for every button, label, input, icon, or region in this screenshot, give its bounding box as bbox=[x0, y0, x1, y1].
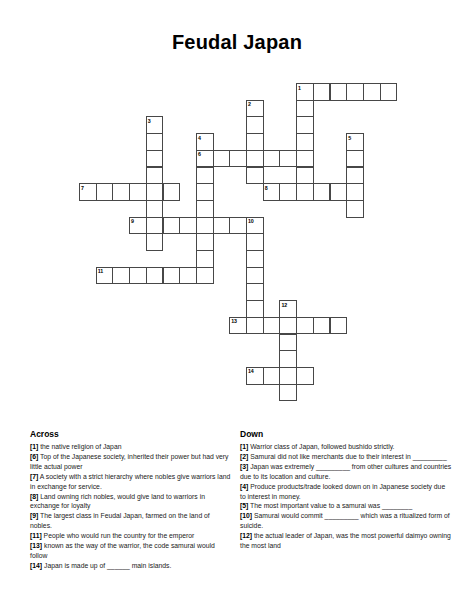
grid-cell-r14c13[interactable] bbox=[296, 317, 314, 335]
grid-cell-r7c7[interactable] bbox=[196, 200, 214, 218]
grid-cell-r18c12[interactable] bbox=[279, 384, 297, 402]
across-clue-list: [1] the native religion of Japan[6] Top … bbox=[30, 442, 233, 571]
cell-number-2: 2 bbox=[248, 101, 251, 107]
cell-number-9: 9 bbox=[131, 218, 134, 224]
clue-down-5: [5] The most important value to a samura… bbox=[240, 501, 452, 511]
grid-cell-r16c12[interactable] bbox=[279, 350, 297, 368]
grid-cell-r6c11[interactable]: 8 bbox=[263, 183, 281, 201]
grid-cell-r17c10[interactable]: 14 bbox=[246, 367, 264, 385]
down-clue-list: [1] Warrior class of Japan, followed bus… bbox=[240, 442, 452, 551]
puzzle-title: Feudal Japan bbox=[0, 31, 474, 54]
cell-number-7: 7 bbox=[81, 185, 84, 191]
clue-number: [1] bbox=[240, 443, 248, 450]
grid-cell-r0c16[interactable] bbox=[346, 83, 364, 101]
grid-cell-r14c11[interactable] bbox=[263, 317, 281, 335]
clue-across-14: [14] Japan is made up of ______ main isl… bbox=[30, 561, 233, 571]
grid-cell-r11c6[interactable] bbox=[179, 267, 197, 285]
clue-number: [13] bbox=[30, 542, 42, 549]
grid-cell-r9c10[interactable] bbox=[246, 233, 264, 251]
cell-number-5: 5 bbox=[348, 135, 351, 141]
grid-cell-r1c10[interactable]: 2 bbox=[246, 100, 264, 118]
grid-cell-r4c4[interactable] bbox=[146, 150, 164, 168]
grid-cell-r8c6[interactable] bbox=[179, 217, 197, 235]
grid-cell-r6c1[interactable] bbox=[96, 183, 114, 201]
grid-cell-r5c7[interactable] bbox=[196, 167, 214, 185]
grid-cell-r11c4[interactable] bbox=[146, 267, 164, 285]
grid-cell-r8c9[interactable] bbox=[229, 217, 247, 235]
grid-cell-r3c10[interactable] bbox=[246, 133, 264, 151]
grid-cell-r9c4[interactable] bbox=[146, 233, 164, 251]
clue-number: [8] bbox=[30, 493, 38, 500]
grid-cell-r7c4[interactable] bbox=[146, 200, 164, 218]
grid-cell-r4c8[interactable] bbox=[213, 150, 231, 168]
grid-cell-r4c10[interactable] bbox=[246, 150, 264, 168]
grid-cell-r0c14[interactable] bbox=[313, 83, 331, 101]
grid-cell-r5c16[interactable] bbox=[346, 167, 364, 185]
clue-down-4: [4] Produce products/trade looked down o… bbox=[240, 482, 452, 502]
grid-cell-r4c11[interactable] bbox=[263, 150, 281, 168]
grid-cell-r14c14[interactable] bbox=[313, 317, 331, 335]
grid-cell-r6c3[interactable] bbox=[129, 183, 147, 201]
grid-cell-r2c13[interactable] bbox=[296, 116, 314, 134]
grid-cell-r6c13[interactable] bbox=[296, 183, 314, 201]
clue-down-10: [10] Samurai would commit _________ whic… bbox=[240, 511, 452, 531]
grid-cell-r8c4[interactable] bbox=[146, 217, 164, 235]
grid-cell-r3c7[interactable]: 4 bbox=[196, 133, 214, 151]
clue-number: [14] bbox=[30, 562, 42, 569]
grid-cell-r4c13[interactable] bbox=[296, 150, 314, 168]
clue-number: [2] bbox=[240, 453, 248, 460]
grid-cell-r2c4[interactable]: 3 bbox=[146, 116, 164, 134]
grid-cell-r3c13[interactable] bbox=[296, 133, 314, 151]
grid-cell-r0c15[interactable] bbox=[330, 83, 348, 101]
clue-down-2: [2] Samurai did not like merchants due t… bbox=[240, 452, 452, 462]
grid-cell-r1c13[interactable] bbox=[296, 100, 314, 118]
grid-cell-r8c5[interactable] bbox=[163, 217, 181, 235]
grid-cell-r17c13[interactable] bbox=[296, 367, 314, 385]
cell-number-6: 6 bbox=[198, 151, 201, 157]
clue-down-3: [3] Japan was extremely _________ from o… bbox=[240, 462, 452, 482]
grid-cell-r11c1[interactable]: 11 bbox=[96, 267, 114, 285]
grid-cell-r4c12[interactable] bbox=[279, 150, 297, 168]
clue-across-1: [1] the native religion of Japan bbox=[30, 442, 233, 452]
grid-cell-r14c12[interactable] bbox=[279, 317, 297, 335]
grid-cell-r5c10[interactable] bbox=[246, 167, 264, 185]
grid-cell-r11c7[interactable] bbox=[196, 267, 214, 285]
grid-cell-r17c12[interactable] bbox=[279, 367, 297, 385]
grid-cell-r15c12[interactable] bbox=[279, 334, 297, 352]
clue-number: [10] bbox=[240, 512, 252, 519]
grid-cell-r5c13[interactable] bbox=[296, 167, 314, 185]
grid-cell-r13c12[interactable]: 12 bbox=[279, 300, 297, 318]
grid-cell-r7c16[interactable] bbox=[346, 200, 364, 218]
clue-across-6: [6] Top of the Japanese society, inherit… bbox=[30, 452, 233, 472]
clue-number: [9] bbox=[30, 512, 38, 519]
grid-cell-r3c4[interactable] bbox=[146, 133, 164, 151]
grid-cell-r6c12[interactable] bbox=[279, 183, 297, 201]
grid-cell-r8c10[interactable]: 10 bbox=[246, 217, 264, 235]
grid-cell-r8c7[interactable] bbox=[196, 217, 214, 235]
grid-cell-r10c10[interactable] bbox=[246, 250, 264, 268]
clue-number: [4] bbox=[240, 483, 248, 490]
crossword-page: Feudal Japan 1234567891011121314 Across … bbox=[0, 0, 474, 613]
grid-cell-r6c5[interactable] bbox=[163, 183, 181, 201]
cell-number-13: 13 bbox=[231, 318, 237, 324]
grid-cell-r2c10[interactable] bbox=[246, 116, 264, 134]
cell-number-14: 14 bbox=[248, 368, 254, 374]
grid-cell-r6c16[interactable] bbox=[346, 183, 364, 201]
grid-cell-r11c5[interactable] bbox=[163, 267, 181, 285]
cell-number-8: 8 bbox=[265, 185, 268, 191]
grid-cell-r10c7[interactable] bbox=[196, 250, 214, 268]
clue-across-9: [9] The largest class in Feudal Japan, f… bbox=[30, 511, 233, 531]
cell-number-4: 4 bbox=[198, 135, 201, 141]
grid-cell-r6c0[interactable]: 7 bbox=[79, 183, 97, 201]
clue-number: [3] bbox=[240, 463, 248, 470]
grid-cell-r8c3[interactable]: 9 bbox=[129, 217, 147, 235]
clue-across-8: [8] Land owning rich nobles, would give … bbox=[30, 492, 233, 512]
down-clues-section: Down [1] Warrior class of Japan, followe… bbox=[240, 429, 452, 551]
grid-cell-r11c3[interactable] bbox=[129, 267, 147, 285]
across-clues-section: Across [1] the native religion of Japan[… bbox=[30, 429, 233, 571]
down-header: Down bbox=[240, 429, 452, 439]
clue-number: [1] bbox=[30, 443, 38, 450]
grid-cell-r14c10[interactable] bbox=[246, 317, 264, 335]
grid-cell-r6c14[interactable] bbox=[313, 183, 331, 201]
cell-number-11: 11 bbox=[98, 268, 103, 274]
grid-cell-r9c7[interactable] bbox=[196, 233, 214, 251]
clue-number: [12] bbox=[240, 532, 252, 539]
grid-cell-r0c13[interactable]: 1 bbox=[296, 83, 314, 101]
grid-cell-r5c4[interactable] bbox=[146, 167, 164, 185]
clue-down-12: [12] the actual leader of Japan, was the… bbox=[240, 531, 452, 551]
grid-cell-r6c15[interactable] bbox=[330, 183, 348, 201]
crossword-grid: 1234567891011121314 bbox=[79, 83, 399, 403]
grid-cell-r6c2[interactable] bbox=[112, 183, 130, 201]
grid-cell-r4c9[interactable] bbox=[229, 150, 247, 168]
clue-number: [11] bbox=[30, 532, 42, 539]
grid-cell-r14c15[interactable] bbox=[330, 317, 348, 335]
grid-cell-r8c8[interactable] bbox=[213, 217, 231, 235]
grid-cell-r11c10[interactable] bbox=[246, 267, 264, 285]
clue-down-1: [1] Warrior class of Japan, followed bus… bbox=[240, 442, 452, 452]
cell-number-3: 3 bbox=[148, 118, 151, 124]
grid-cell-r0c17[interactable] bbox=[363, 83, 381, 101]
grid-cell-r6c4[interactable] bbox=[146, 183, 164, 201]
grid-cell-r4c16[interactable] bbox=[346, 150, 364, 168]
grid-cell-r3c16[interactable]: 5 bbox=[346, 133, 364, 151]
grid-cell-r4c7[interactable]: 6 bbox=[196, 150, 214, 168]
cell-number-12: 12 bbox=[281, 302, 287, 308]
grid-cell-r0c18[interactable] bbox=[380, 83, 398, 101]
clue-number: [5] bbox=[240, 502, 248, 509]
clue-number: [7] bbox=[30, 473, 38, 480]
clue-number: [6] bbox=[30, 453, 38, 460]
across-header: Across bbox=[30, 429, 233, 439]
clue-across-13: [13] known as the way of the warrior, th… bbox=[30, 541, 233, 561]
clue-across-11: [11] People who would run the country fo… bbox=[30, 531, 233, 541]
grid-cell-r17c11[interactable] bbox=[263, 367, 281, 385]
cell-number-10: 10 bbox=[248, 218, 254, 224]
cell-number-1: 1 bbox=[298, 85, 301, 91]
grid-cell-r14c9[interactable]: 13 bbox=[229, 317, 247, 335]
grid-cell-r11c2[interactable] bbox=[112, 267, 130, 285]
grid-cell-r12c10[interactable] bbox=[246, 283, 264, 301]
grid-cell-r13c10[interactable] bbox=[246, 300, 264, 318]
grid-cell-r6c7[interactable] bbox=[196, 183, 214, 201]
clue-across-7: [7] A society with a strict hierarchy wh… bbox=[30, 472, 233, 492]
